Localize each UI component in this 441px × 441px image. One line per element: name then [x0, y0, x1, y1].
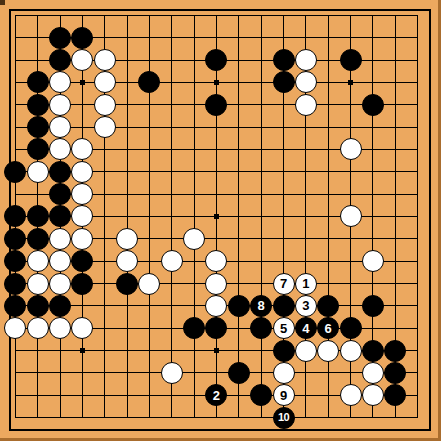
stone-white: [49, 273, 71, 295]
stone-black: [27, 71, 49, 93]
grid-line-horizontal: [15, 417, 418, 418]
stone-white: [205, 273, 227, 295]
move-number-label: 10: [278, 412, 289, 423]
stone-black: [317, 295, 339, 317]
stone-black: [27, 205, 49, 227]
stone-black: [27, 228, 49, 250]
stone-white: [183, 228, 205, 250]
stone-black: [27, 295, 49, 317]
stone-white: [362, 384, 384, 406]
stone-black: [4, 161, 26, 183]
stone-black: [49, 161, 71, 183]
move-number-label: 3: [302, 299, 309, 312]
stone-white: [161, 250, 183, 272]
stone-white: [362, 362, 384, 384]
stone-white: 7: [273, 273, 295, 295]
stone-white: [138, 273, 160, 295]
stone-black: [205, 94, 227, 116]
stone-white: [273, 362, 295, 384]
grid-line-vertical: [261, 15, 262, 418]
move-number-label: 6: [325, 322, 332, 335]
stone-white: 3: [295, 295, 317, 317]
stone-black: [384, 362, 406, 384]
board-corner-notch: [0, 0, 5, 5]
stone-white: [27, 161, 49, 183]
hoshi-star-point: [214, 80, 219, 85]
stone-black: [273, 49, 295, 71]
grid-line-vertical: [417, 15, 418, 418]
hoshi-star-point: [214, 348, 219, 353]
hoshi-star-point: [80, 80, 85, 85]
stone-white: [49, 116, 71, 138]
stone-white: [49, 250, 71, 272]
move-number-label: 4: [302, 322, 309, 335]
hoshi-star-point: [80, 348, 85, 353]
move-number-label: 2: [213, 389, 220, 402]
stone-white: [71, 161, 93, 183]
stone-black: 8: [250, 295, 272, 317]
stone-black: 10: [273, 407, 295, 429]
hoshi-star-point: [348, 80, 353, 85]
stone-black: [27, 94, 49, 116]
go-board: 71835462910: [0, 0, 441, 441]
stone-black: [27, 116, 49, 138]
move-number-label: 5: [280, 322, 287, 335]
stone-black: [228, 295, 250, 317]
stone-white: [94, 71, 116, 93]
move-number-label: 9: [280, 389, 287, 402]
stone-white: 5: [273, 317, 295, 339]
stone-black: [49, 295, 71, 317]
stone-white: [295, 94, 317, 116]
stone-white: [27, 273, 49, 295]
stone-white: [94, 49, 116, 71]
stone-black: 4: [295, 317, 317, 339]
stone-black: [116, 273, 138, 295]
stone-black: [49, 49, 71, 71]
stone-white: [94, 94, 116, 116]
stone-white: [340, 205, 362, 227]
stone-white: [295, 340, 317, 362]
stone-black: [27, 138, 49, 160]
stone-white: 9: [273, 384, 295, 406]
stone-black: [362, 94, 384, 116]
move-number-label: 8: [258, 299, 265, 312]
stone-white: [49, 228, 71, 250]
stone-black: [71, 27, 93, 49]
stone-black: [4, 228, 26, 250]
stone-white: [362, 250, 384, 272]
stone-black: [228, 362, 250, 384]
stone-white: [94, 116, 116, 138]
stone-black: [273, 71, 295, 93]
stone-white: [340, 138, 362, 160]
stone-white: [340, 384, 362, 406]
stone-black: [340, 317, 362, 339]
grid-line-horizontal: [15, 372, 418, 373]
stone-white: [317, 340, 339, 362]
stone-black: [362, 295, 384, 317]
move-number-label: 1: [302, 277, 309, 290]
stone-black: [384, 340, 406, 362]
stone-black: [273, 295, 295, 317]
stone-white: [27, 250, 49, 272]
stone-white: [295, 49, 317, 71]
stone-black: [273, 340, 295, 362]
stone-black: [4, 295, 26, 317]
stone-white: 1: [295, 273, 317, 295]
stone-black: [340, 49, 362, 71]
stone-white: [49, 94, 71, 116]
stone-black: [49, 27, 71, 49]
stone-black: [4, 273, 26, 295]
stone-white: [340, 340, 362, 362]
stone-white: [116, 228, 138, 250]
stone-black: [362, 340, 384, 362]
stone-black: [71, 273, 93, 295]
hoshi-star-point: [214, 214, 219, 219]
stone-white: [27, 317, 49, 339]
stone-black: [49, 183, 71, 205]
move-number-label: 7: [280, 277, 287, 290]
stone-white: [71, 228, 93, 250]
grid-line-vertical: [238, 15, 239, 418]
stone-white: [161, 362, 183, 384]
